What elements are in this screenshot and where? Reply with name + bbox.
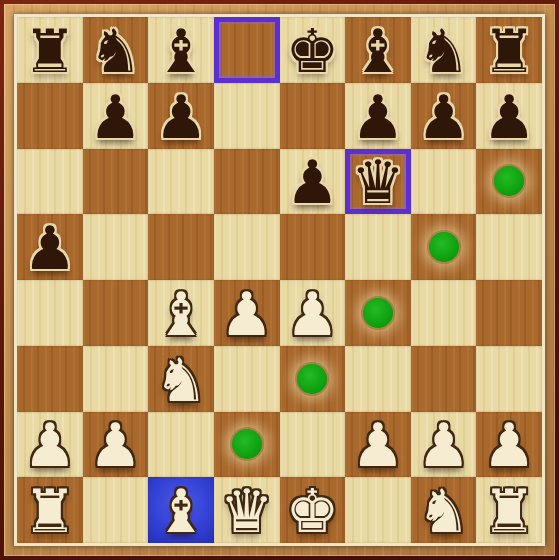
square-c4[interactable]: ♝ [148, 280, 214, 346]
square-g1[interactable]: ♞ [411, 477, 477, 543]
square-g7[interactable]: ♟ [411, 83, 477, 149]
piece-black-bishop[interactable]: ♝ [351, 21, 405, 81]
square-a8[interactable]: ♜ [17, 17, 83, 83]
square-c1[interactable]: ♝ [148, 477, 214, 543]
square-h5[interactable] [476, 214, 542, 280]
square-a6[interactable] [17, 149, 83, 215]
piece-white-pawn[interactable]: ♟ [285, 284, 339, 344]
board-inner-border: ♜♞♝♚♝♞♜♟♟♟♟♟♟♛♟♝♟♟♞♟♟♟♟♟♜♝♛♚♞♜ [14, 14, 545, 546]
square-b8[interactable]: ♞ [83, 17, 149, 83]
square-a4[interactable] [17, 280, 83, 346]
square-b7[interactable]: ♟ [83, 83, 149, 149]
square-g2[interactable]: ♟ [411, 412, 477, 478]
square-g3[interactable] [411, 346, 477, 412]
square-e6[interactable]: ♟ [280, 149, 346, 215]
piece-white-knight[interactable]: ♞ [154, 350, 208, 410]
chess-board: ♜♞♝♚♝♞♜♟♟♟♟♟♟♛♟♝♟♟♞♟♟♟♟♟♜♝♛♚♞♜ [17, 17, 542, 543]
square-e7[interactable] [280, 83, 346, 149]
piece-white-rook[interactable]: ♜ [23, 481, 77, 541]
piece-white-pawn[interactable]: ♟ [23, 415, 77, 475]
piece-black-pawn[interactable]: ♟ [351, 87, 405, 147]
square-e5[interactable] [280, 214, 346, 280]
square-g6[interactable] [411, 149, 477, 215]
legal-move-dot[interactable] [297, 364, 327, 394]
square-h1[interactable]: ♜ [476, 477, 542, 543]
square-f2[interactable]: ♟ [345, 412, 411, 478]
piece-black-king[interactable]: ♚ [285, 21, 339, 81]
square-a7[interactable] [17, 83, 83, 149]
square-g8[interactable]: ♞ [411, 17, 477, 83]
square-d7[interactable] [214, 83, 280, 149]
piece-black-knight[interactable]: ♞ [89, 21, 143, 81]
piece-black-rook[interactable]: ♜ [482, 21, 536, 81]
legal-move-dot[interactable] [232, 429, 262, 459]
piece-black-bishop[interactable]: ♝ [154, 21, 208, 81]
square-b3[interactable] [83, 346, 149, 412]
square-a1[interactable]: ♜ [17, 477, 83, 543]
square-e2[interactable] [280, 412, 346, 478]
piece-white-rook[interactable]: ♜ [482, 481, 536, 541]
square-h6[interactable] [476, 149, 542, 215]
square-a3[interactable] [17, 346, 83, 412]
piece-white-pawn[interactable]: ♟ [220, 284, 274, 344]
piece-white-king[interactable]: ♚ [285, 481, 339, 541]
square-d4[interactable]: ♟ [214, 280, 280, 346]
square-b5[interactable] [83, 214, 149, 280]
square-a5[interactable]: ♟ [17, 214, 83, 280]
square-c2[interactable] [148, 412, 214, 478]
square-a2[interactable]: ♟ [17, 412, 83, 478]
square-b4[interactable] [83, 280, 149, 346]
piece-white-pawn[interactable]: ♟ [417, 415, 471, 475]
square-d8[interactable] [214, 17, 280, 83]
square-d3[interactable] [214, 346, 280, 412]
square-c3[interactable]: ♞ [148, 346, 214, 412]
square-h3[interactable] [476, 346, 542, 412]
piece-white-knight[interactable]: ♞ [417, 481, 471, 541]
square-c7[interactable]: ♟ [148, 83, 214, 149]
square-f8[interactable]: ♝ [345, 17, 411, 83]
square-c6[interactable] [148, 149, 214, 215]
piece-white-pawn[interactable]: ♟ [89, 415, 143, 475]
chess-app-screen: ♜♞♝♚♝♞♜♟♟♟♟♟♟♛♟♝♟♟♞♟♟♟♟♟♜♝♛♚♞♜ [0, 0, 559, 560]
board-wooden-frame: ♜♞♝♚♝♞♜♟♟♟♟♟♟♛♟♝♟♟♞♟♟♟♟♟♜♝♛♚♞♜ [4, 4, 555, 556]
piece-black-rook[interactable]: ♜ [23, 21, 77, 81]
square-f4[interactable] [345, 280, 411, 346]
square-d1[interactable]: ♛ [214, 477, 280, 543]
square-c8[interactable]: ♝ [148, 17, 214, 83]
piece-white-pawn[interactable]: ♟ [482, 415, 536, 475]
piece-black-pawn[interactable]: ♟ [154, 87, 208, 147]
legal-move-dot[interactable] [429, 232, 459, 262]
square-b1[interactable] [83, 477, 149, 543]
square-h8[interactable]: ♜ [476, 17, 542, 83]
square-g5[interactable] [411, 214, 477, 280]
square-c5[interactable] [148, 214, 214, 280]
piece-black-queen[interactable]: ♛ [351, 152, 405, 212]
piece-white-queen[interactable]: ♛ [220, 481, 274, 541]
square-f5[interactable] [345, 214, 411, 280]
square-b2[interactable]: ♟ [83, 412, 149, 478]
piece-white-bishop[interactable]: ♝ [154, 481, 208, 541]
legal-move-dot[interactable] [494, 166, 524, 196]
piece-black-pawn[interactable]: ♟ [417, 87, 471, 147]
piece-black-pawn[interactable]: ♟ [89, 87, 143, 147]
square-h2[interactable]: ♟ [476, 412, 542, 478]
square-d2[interactable] [214, 412, 280, 478]
square-e8[interactable]: ♚ [280, 17, 346, 83]
square-d5[interactable] [214, 214, 280, 280]
square-f1[interactable] [345, 477, 411, 543]
board-outer-frame: ♜♞♝♚♝♞♜♟♟♟♟♟♟♛♟♝♟♟♞♟♟♟♟♟♜♝♛♚♞♜ [0, 0, 559, 560]
piece-black-pawn[interactable]: ♟ [23, 218, 77, 278]
square-h7[interactable]: ♟ [476, 83, 542, 149]
square-e1[interactable]: ♚ [280, 477, 346, 543]
square-b6[interactable] [83, 149, 149, 215]
square-f6[interactable]: ♛ [345, 149, 411, 215]
square-e4[interactable]: ♟ [280, 280, 346, 346]
piece-black-pawn[interactable]: ♟ [482, 87, 536, 147]
square-e3[interactable] [280, 346, 346, 412]
piece-white-pawn[interactable]: ♟ [351, 415, 405, 475]
square-f7[interactable]: ♟ [345, 83, 411, 149]
piece-white-bishop[interactable]: ♝ [154, 284, 208, 344]
legal-move-dot[interactable] [363, 298, 393, 328]
piece-black-pawn[interactable]: ♟ [285, 152, 339, 212]
square-g4[interactable] [411, 280, 477, 346]
square-h4[interactable] [476, 280, 542, 346]
square-f3[interactable] [345, 346, 411, 412]
square-d6[interactable] [214, 149, 280, 215]
piece-black-knight[interactable]: ♞ [417, 21, 471, 81]
